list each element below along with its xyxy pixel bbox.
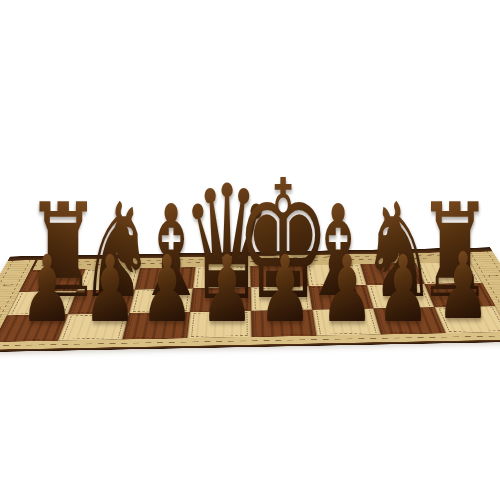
pawn-8[interactable]: ♟ xyxy=(433,241,493,333)
product-photo: 1 2 1 2 ♜ ♞ ♝ ♛ ♚ ♝ ♞ ♜ ♟ ♟ ♟ ♟ ♟ ♟ ♟ ♟ xyxy=(0,0,500,500)
pawn-2[interactable]: ♟ xyxy=(80,244,140,336)
pawn-4[interactable]: ♟ xyxy=(197,244,257,336)
rank-label: 1 xyxy=(0,284,16,287)
pawn-3[interactable]: ♟ xyxy=(137,244,197,336)
pawn-1[interactable]: ♟ xyxy=(17,244,77,336)
pawn-7[interactable]: ♟ xyxy=(373,244,433,336)
rank-label: 2 xyxy=(0,307,4,310)
pawn-6[interactable]: ♟ xyxy=(317,244,377,336)
pawn-5[interactable]: ♟ xyxy=(255,244,315,336)
